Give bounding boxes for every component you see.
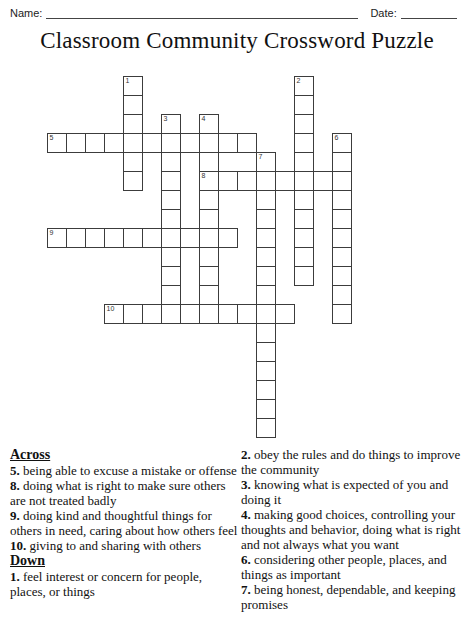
grid-cell-r6c11[interactable] (256, 190, 276, 210)
grid-cell-r12c11[interactable] (256, 304, 276, 324)
grid-cell-r4c15[interactable] (332, 152, 352, 172)
grid-cell-r3c6[interactable] (161, 133, 181, 153)
grid-cell-r5c9[interactable] (218, 171, 238, 191)
grid-cell-r0c4[interactable]: 1 (123, 76, 143, 96)
grid-cell-r11c8[interactable] (199, 285, 219, 305)
grid-cell-r8c6[interactable] (161, 228, 181, 248)
grid-cell-r11c6[interactable] (161, 285, 181, 305)
cell-clue-number-10: 10 (107, 305, 115, 313)
across-clue-8: 8. doing what is right to make sure othe… (10, 478, 239, 508)
name-input-line[interactable] (46, 6, 358, 19)
grid-cell-r3c15[interactable]: 6 (332, 133, 352, 153)
grid-cell-r14c11[interactable] (256, 342, 276, 362)
grid-cell-r3c4[interactable] (123, 133, 143, 153)
grid-cell-r3c9[interactable] (218, 133, 238, 153)
clues-right-column: 2. obey the rules and do things to impro… (241, 447, 472, 612)
grid-cell-r18c11[interactable] (256, 418, 276, 438)
across-clue-5: 5. being able to excuse a mistake or off… (10, 463, 239, 478)
across-clue-9: 9. doing kind and thoughtful things for … (10, 508, 239, 538)
grid-cell-r7c6[interactable] (161, 209, 181, 229)
grid-cell-r11c11[interactable] (256, 285, 276, 305)
name-date-row: Name:Date: (10, 6, 468, 22)
down-clue-1: 1. feel interest or concern for people, … (10, 569, 239, 599)
worksheet-page: Name:Date: Classroom Community Crossword… (0, 0, 474, 629)
grid-cell-r6c15[interactable] (332, 190, 352, 210)
grid-cell-r3c0[interactable]: 5 (47, 133, 67, 153)
grid-cell-r1c13[interactable] (294, 95, 314, 115)
grid-cell-r5c4[interactable] (123, 171, 143, 191)
grid-cell-r8c2[interactable] (85, 228, 105, 248)
grid-cell-r8c1[interactable] (66, 228, 86, 248)
grid-cell-r7c13[interactable] (294, 209, 314, 229)
grid-cell-r13c11[interactable] (256, 323, 276, 343)
down-header: Down (10, 553, 239, 569)
grid-cell-r7c8[interactable] (199, 209, 219, 229)
grid-cell-r12c8[interactable] (199, 304, 219, 324)
grid-cell-r16c11[interactable] (256, 380, 276, 400)
down-clue-2: 2. obey the rules and do things to impro… (241, 447, 472, 477)
grid-cell-r8c8[interactable] (199, 228, 219, 248)
grid-cell-r4c8[interactable] (199, 152, 219, 172)
grid-cell-r9c11[interactable] (256, 247, 276, 267)
across-clue-10: 10. giving to and sharing with others (10, 538, 239, 553)
grid-cell-r2c13[interactable] (294, 114, 314, 134)
grid-cell-r12c10[interactable] (237, 304, 257, 324)
grid-cell-r8c7[interactable] (180, 228, 200, 248)
grid-cell-r12c6[interactable] (161, 304, 181, 324)
grid-cell-r9c15[interactable] (332, 247, 352, 267)
grid-cell-r1c4[interactable] (123, 95, 143, 115)
grid-cell-r5c10[interactable] (237, 171, 257, 191)
down-clues-right: 2. obey the rules and do things to impro… (241, 447, 472, 612)
cell-clue-number-6: 6 (335, 134, 339, 142)
grid-cell-r12c3[interactable]: 10 (104, 304, 124, 324)
grid-cell-r3c10[interactable] (237, 133, 257, 153)
grid-cell-r6c6[interactable] (161, 190, 181, 210)
down-clue-3: 3. knowing what is expected of you and d… (241, 477, 472, 507)
cell-clue-number-7: 7 (259, 153, 263, 161)
grid-cell-r12c7[interactable] (180, 304, 200, 324)
down-clue-7: 7. being honest, dependable, and keeping… (241, 582, 472, 612)
grid-cell-r12c9[interactable] (218, 304, 238, 324)
grid-cell-r2c4[interactable] (123, 114, 143, 134)
grid-cell-r4c4[interactable] (123, 152, 143, 172)
down-clue-6: 6. considering other people, places, and… (241, 552, 472, 582)
grid-cell-r3c8[interactable] (199, 133, 219, 153)
grid-cell-r5c12[interactable] (275, 171, 295, 191)
grid-cell-r15c11[interactable] (256, 361, 276, 381)
grid-cell-r5c11[interactable] (256, 171, 276, 191)
name-label: Name: (10, 7, 42, 19)
grid-cell-r5c6[interactable] (161, 171, 181, 191)
grid-cell-r5c14[interactable] (313, 171, 333, 191)
grid-cell-r3c5[interactable] (142, 133, 162, 153)
grid-cell-r7c11[interactable] (256, 209, 276, 229)
grid-cell-r3c3[interactable] (104, 133, 124, 153)
grid-cell-r8c13[interactable] (294, 228, 314, 248)
grid-cell-r4c13[interactable] (294, 152, 314, 172)
grid-cell-r3c2[interactable] (85, 133, 105, 153)
grid-cell-r6c8[interactable] (199, 190, 219, 210)
grid-cell-r5c8[interactable]: 8 (199, 171, 219, 191)
grid-cell-r10c8[interactable] (199, 266, 219, 286)
grid-cell-r3c7[interactable] (180, 133, 200, 153)
grid-cell-r10c13[interactable] (294, 266, 314, 286)
grid-cell-r10c15[interactable] (332, 266, 352, 286)
grid-cell-r9c8[interactable] (199, 247, 219, 267)
across-header: Across (10, 447, 239, 463)
grid-cell-r8c9[interactable] (218, 228, 238, 248)
grid-cell-r0c13[interactable]: 2 (294, 76, 314, 96)
date-label: Date: (370, 7, 396, 19)
grid-cell-r12c5[interactable] (142, 304, 162, 324)
clues-left-column: Across 5. being able to excuse a mistake… (10, 447, 239, 599)
grid-cell-r8c15[interactable] (332, 228, 352, 248)
grid-cell-r8c4[interactable] (123, 228, 143, 248)
grid-cell-r8c0[interactable]: 9 (47, 228, 67, 248)
grid-cell-r5c13[interactable] (294, 171, 314, 191)
date-input-line[interactable] (401, 6, 457, 19)
grid-cell-r4c6[interactable] (161, 152, 181, 172)
grid-cell-r3c13[interactable] (294, 133, 314, 153)
grid-cell-r10c6[interactable] (161, 266, 181, 286)
cell-clue-number-5: 5 (50, 134, 54, 142)
grid-cell-r7c15[interactable] (332, 209, 352, 229)
grid-cell-r8c3[interactable] (104, 228, 124, 248)
grid-cell-r12c15[interactable] (332, 304, 352, 324)
grid-cell-r9c6[interactable] (161, 247, 181, 267)
across-clues: 5. being able to excuse a mistake or off… (10, 463, 239, 553)
crossword-grid: 12345678910 (47, 76, 353, 439)
cell-clue-number-3: 3 (164, 115, 168, 123)
page-title: Classroom Community Crossword Puzzle (0, 28, 474, 54)
grid-cell-r8c11[interactable] (256, 228, 276, 248)
grid-cell-r6c13[interactable] (294, 190, 314, 210)
grid-cell-r12c12[interactable] (275, 304, 295, 324)
grid-cell-r12c4[interactable] (123, 304, 143, 324)
down-clues-left: 1. feel interest or concern for people, … (10, 569, 239, 599)
grid-cell-r9c13[interactable] (294, 247, 314, 267)
cell-clue-number-2: 2 (297, 77, 301, 85)
grid-cell-r2c8[interactable]: 4 (199, 114, 219, 134)
cell-clue-number-9: 9 (50, 229, 54, 237)
grid-cell-r4c11[interactable]: 7 (256, 152, 276, 172)
grid-cell-r8c5[interactable] (142, 228, 162, 248)
grid-cell-r10c11[interactable] (256, 266, 276, 286)
grid-cell-r5c15[interactable] (332, 171, 352, 191)
cell-clue-number-8: 8 (202, 172, 206, 180)
cell-clue-number-1: 1 (126, 77, 130, 85)
grid-cell-r3c1[interactable] (66, 133, 86, 153)
grid-cell-r17c11[interactable] (256, 399, 276, 419)
grid-cell-r2c6[interactable]: 3 (161, 114, 181, 134)
grid-cell-r11c15[interactable] (332, 285, 352, 305)
down-clue-4: 4. making good choices, controlling your… (241, 507, 472, 552)
cell-clue-number-4: 4 (202, 115, 206, 123)
